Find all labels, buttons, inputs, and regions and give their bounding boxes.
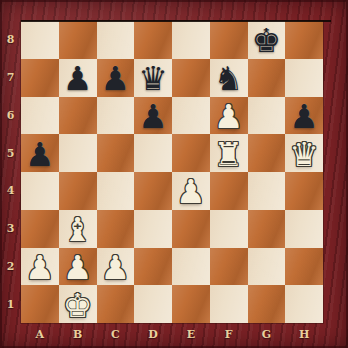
square-b7[interactable]: ♟: [59, 59, 97, 97]
square-a7[interactable]: [21, 59, 59, 97]
square-e7[interactable]: [172, 59, 210, 97]
square-b3[interactable]: ♝: [59, 210, 97, 248]
square-e8[interactable]: [172, 21, 210, 59]
file-label-d: D: [134, 323, 172, 345]
square-e3[interactable]: [172, 210, 210, 248]
square-e4[interactable]: ♟: [172, 172, 210, 210]
file-label-c: C: [97, 323, 135, 345]
square-f8[interactable]: [210, 21, 248, 59]
rank-label-5: 5: [0, 134, 21, 172]
file-label-a: A: [21, 323, 59, 345]
chess-board-frame: ♚♟♟♛♞♟♟♟♟♜♛♟♝♟♟♟♚ 87654321 ABCDEFGH: [0, 0, 348, 348]
file-label-g: G: [248, 323, 286, 345]
rank-label-6: 6: [0, 97, 21, 135]
file-label-b: B: [59, 323, 97, 345]
square-a5[interactable]: ♟: [21, 134, 59, 172]
square-g7[interactable]: [248, 59, 286, 97]
square-e1[interactable]: [172, 285, 210, 323]
square-a2[interactable]: ♟: [21, 248, 59, 286]
square-b4[interactable]: [59, 172, 97, 210]
square-d8[interactable]: [134, 21, 172, 59]
black-pawn-icon[interactable]: ♟: [289, 100, 319, 133]
square-d2[interactable]: [134, 248, 172, 286]
square-e6[interactable]: [172, 97, 210, 135]
file-label-h: H: [285, 323, 323, 345]
rank-label-3: 3: [0, 210, 21, 248]
square-h7[interactable]: [285, 59, 323, 97]
square-h1[interactable]: [285, 285, 323, 323]
black-knight-icon[interactable]: ♞: [214, 62, 244, 95]
square-g1[interactable]: [248, 285, 286, 323]
square-c6[interactable]: [97, 97, 135, 135]
white-pawn-icon[interactable]: ♟: [214, 100, 244, 133]
square-f5[interactable]: ♜: [210, 134, 248, 172]
square-h2[interactable]: [285, 248, 323, 286]
square-h6[interactable]: ♟: [285, 97, 323, 135]
white-bishop-icon[interactable]: ♝: [63, 213, 93, 246]
square-h3[interactable]: [285, 210, 323, 248]
rank-label-4: 4: [0, 172, 21, 210]
black-pawn-icon[interactable]: ♟: [63, 62, 93, 95]
square-c5[interactable]: [97, 134, 135, 172]
white-pawn-icon[interactable]: ♟: [176, 175, 206, 208]
square-g3[interactable]: [248, 210, 286, 248]
square-d1[interactable]: [134, 285, 172, 323]
square-h5[interactable]: ♛: [285, 134, 323, 172]
square-a3[interactable]: [21, 210, 59, 248]
square-g4[interactable]: [248, 172, 286, 210]
white-pawn-icon[interactable]: ♟: [25, 251, 55, 284]
square-c7[interactable]: ♟: [97, 59, 135, 97]
square-a4[interactable]: [21, 172, 59, 210]
chess-board: ♚♟♟♛♞♟♟♟♟♜♛♟♝♟♟♟♚: [21, 21, 323, 323]
square-a1[interactable]: [21, 285, 59, 323]
square-a8[interactable]: [21, 21, 59, 59]
square-f2[interactable]: [210, 248, 248, 286]
black-king-icon[interactable]: ♚: [252, 24, 282, 57]
square-b2[interactable]: ♟: [59, 248, 97, 286]
square-d3[interactable]: [134, 210, 172, 248]
square-d5[interactable]: [134, 134, 172, 172]
rank-label-1: 1: [0, 285, 21, 323]
white-king-icon[interactable]: ♚: [63, 289, 93, 322]
square-e2[interactable]: [172, 248, 210, 286]
square-f7[interactable]: ♞: [210, 59, 248, 97]
square-a6[interactable]: [21, 97, 59, 135]
square-c4[interactable]: [97, 172, 135, 210]
file-label-e: E: [172, 323, 210, 345]
square-e5[interactable]: [172, 134, 210, 172]
square-d6[interactable]: ♟: [134, 97, 172, 135]
square-c2[interactable]: ♟: [97, 248, 135, 286]
square-b1[interactable]: ♚: [59, 285, 97, 323]
white-pawn-icon[interactable]: ♟: [63, 251, 93, 284]
square-g2[interactable]: [248, 248, 286, 286]
file-label-f: F: [210, 323, 248, 345]
white-queen-icon[interactable]: ♛: [289, 138, 319, 171]
board-edge-shadow: [21, 20, 331, 22]
white-rook-icon[interactable]: ♜: [214, 138, 244, 171]
rank-label-8: 8: [0, 21, 21, 59]
rank-label-2: 2: [0, 248, 21, 286]
square-d7[interactable]: ♛: [134, 59, 172, 97]
black-pawn-icon[interactable]: ♟: [25, 138, 55, 171]
rank-label-7: 7: [0, 59, 21, 97]
square-h8[interactable]: [285, 21, 323, 59]
square-c8[interactable]: [97, 21, 135, 59]
square-b8[interactable]: [59, 21, 97, 59]
file-labels: ABCDEFGH: [21, 323, 323, 345]
black-queen-icon[interactable]: ♛: [138, 62, 168, 95]
square-f6[interactable]: ♟: [210, 97, 248, 135]
square-f4[interactable]: [210, 172, 248, 210]
black-pawn-icon[interactable]: ♟: [101, 62, 131, 95]
white-pawn-icon[interactable]: ♟: [101, 251, 131, 284]
square-g6[interactable]: [248, 97, 286, 135]
square-g5[interactable]: [248, 134, 286, 172]
square-f3[interactable]: [210, 210, 248, 248]
square-h4[interactable]: [285, 172, 323, 210]
square-f1[interactable]: [210, 285, 248, 323]
square-b6[interactable]: [59, 97, 97, 135]
rank-labels: 87654321: [0, 21, 21, 323]
square-d4[interactable]: [134, 172, 172, 210]
black-pawn-icon[interactable]: ♟: [138, 100, 168, 133]
square-b5[interactable]: [59, 134, 97, 172]
square-g8[interactable]: ♚: [248, 21, 286, 59]
square-c1[interactable]: [97, 285, 135, 323]
square-c3[interactable]: [97, 210, 135, 248]
